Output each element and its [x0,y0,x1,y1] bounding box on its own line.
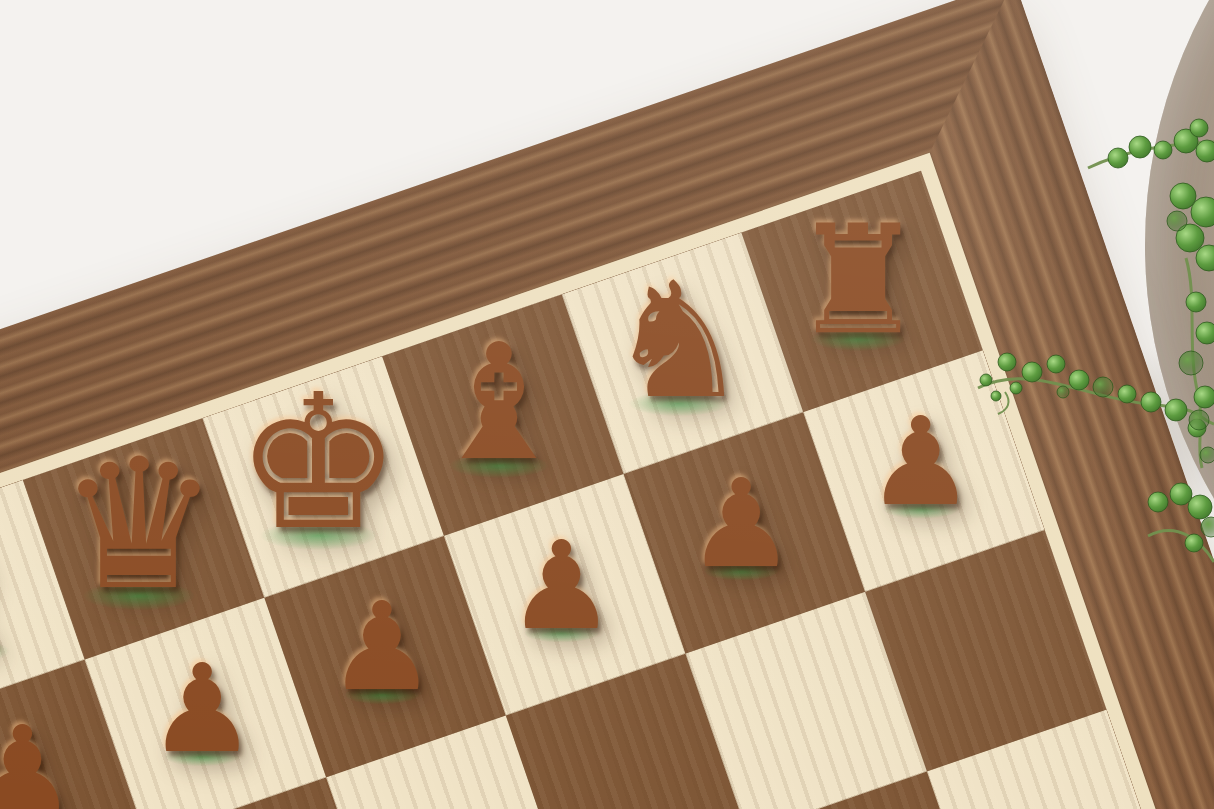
plant-leaf [1129,136,1151,158]
piece-black-pawn-e7[interactable]: ♟ [327,586,436,708]
piece-black-pawn-f7[interactable]: ♟ [507,525,616,647]
piece-black-bishop-f8[interactable]: ♝ [427,323,570,483]
piece-black-bishop-c8[interactable]: ♝ [0,509,31,669]
plant-leaf [1108,148,1128,168]
piece-black-queen-d8[interactable]: ♛ [58,435,219,615]
piece-black-pawn-h7[interactable]: ♟ [866,401,975,523]
chessboard: ♝♛♚♝♞♜♟♟♟♟♟♟ [0,0,1214,809]
piece-black-knight-g8[interactable]: ♞ [607,261,750,421]
piece-black-pawn-g7[interactable]: ♟ [686,463,795,585]
piece-black-pawn-c7[interactable]: ♟ [0,710,77,809]
scene: ♝♛♚♝♞♜♟♟♟♟♟♟ [0,0,1214,809]
piece-black-king-e8[interactable]: ♚ [235,370,402,556]
piece-black-pawn-d7[interactable]: ♟ [148,648,257,770]
piece-black-rook-h8[interactable]: ♜ [791,205,925,355]
